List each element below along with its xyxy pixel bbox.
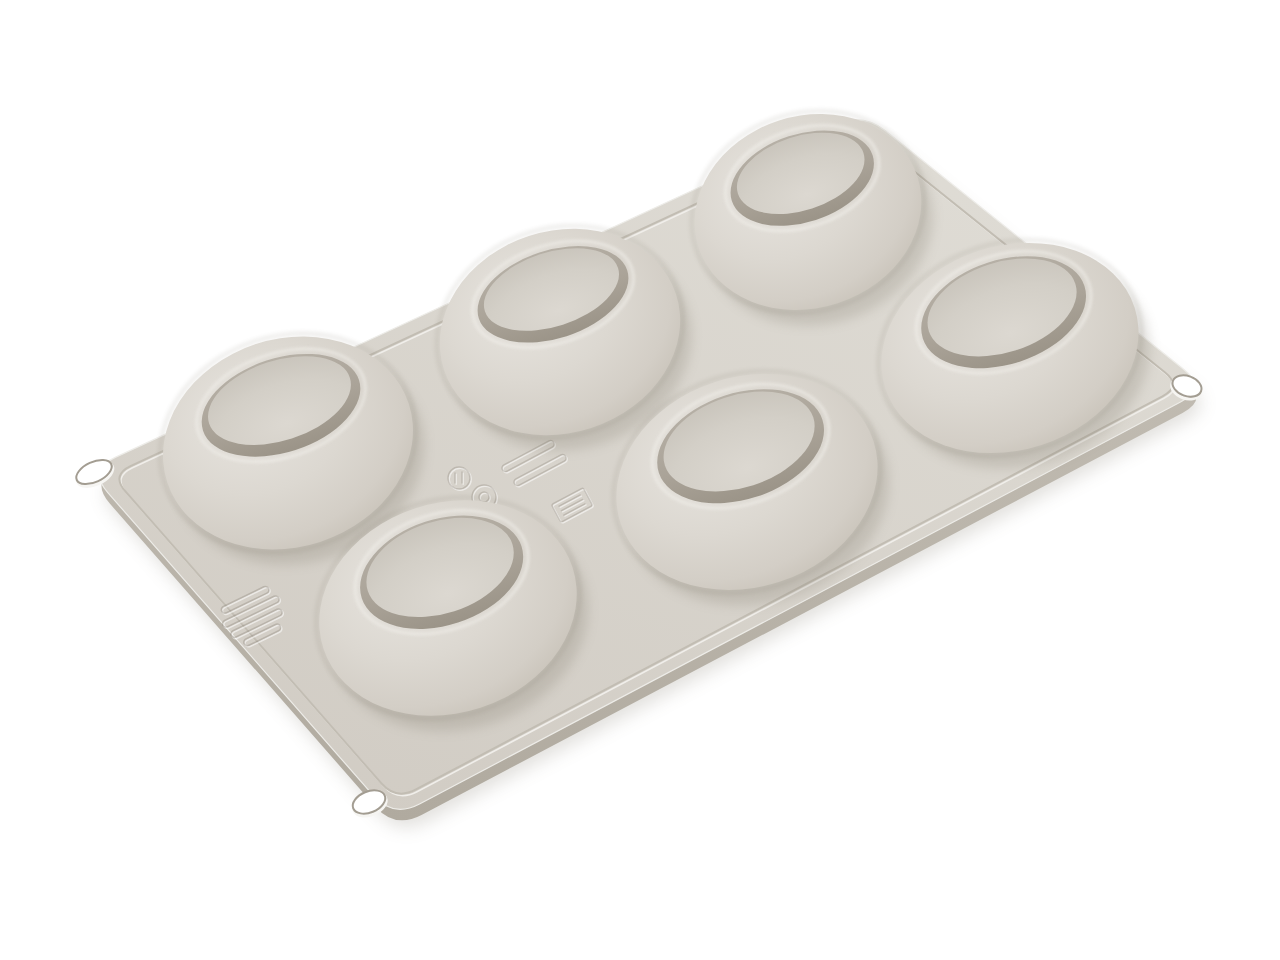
photo-stage xyxy=(0,0,1280,960)
product-photo xyxy=(0,0,1280,960)
baking-mould xyxy=(73,80,1205,827)
